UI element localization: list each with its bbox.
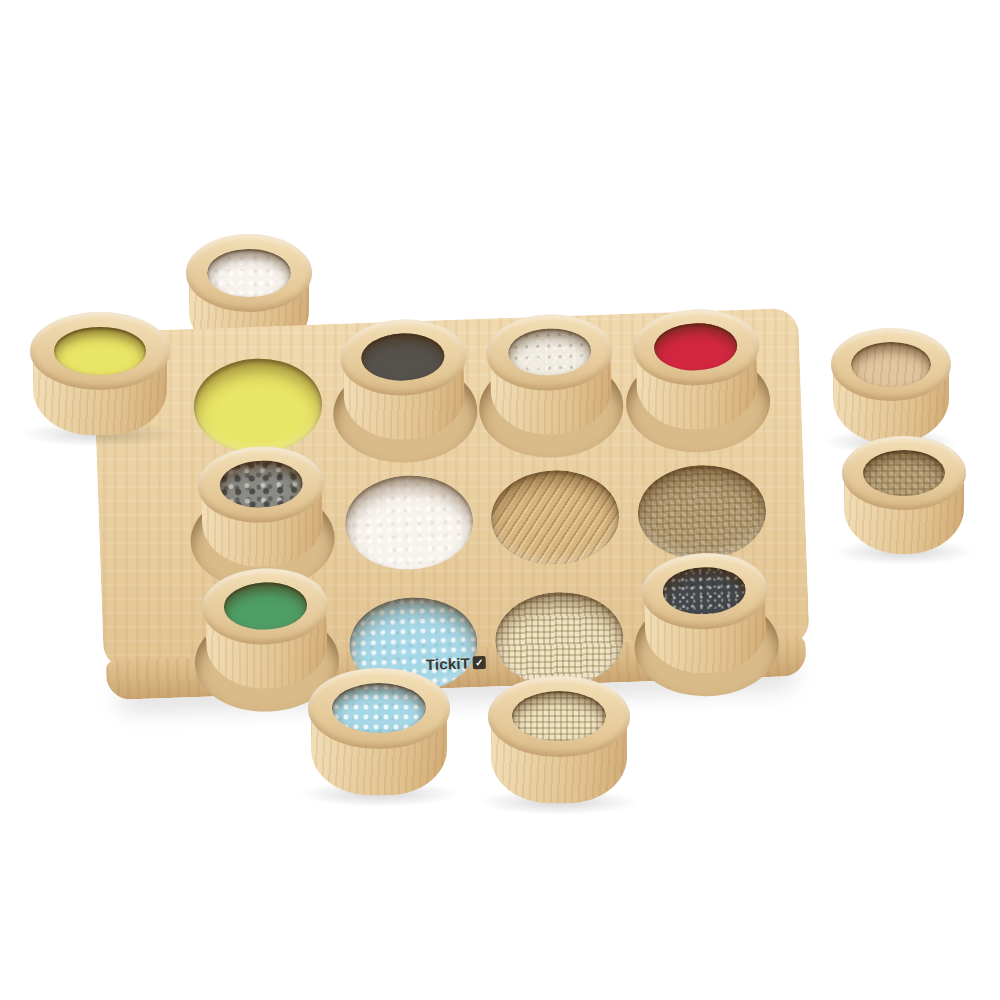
texture-surface-hessian — [863, 450, 945, 496]
loose-cylinder-natural-wood[interactable] — [831, 328, 951, 446]
recess-woven-straw[interactable] — [494, 590, 625, 688]
texture-board: TickiT ✓ — [92, 308, 809, 670]
texture-surface-woven-straw — [512, 691, 606, 741]
cylinder-opening — [30, 312, 170, 390]
cell-r3c4 — [631, 571, 782, 698]
cell-r2c2 — [334, 459, 485, 586]
texture-surface-grey-gravel — [219, 460, 304, 510]
cell-r1c2 — [329, 337, 480, 464]
texture-surface-red-felt — [654, 322, 739, 372]
loose-cylinder-hessian[interactable] — [842, 436, 966, 556]
cylinder-opening — [186, 234, 312, 312]
cylinder-dark-sandpaper[interactable] — [640, 551, 770, 677]
texture-surface-dark-sandpaper — [662, 566, 747, 616]
board-grid — [183, 327, 779, 641]
product-photo-stage: TickiT ✓ — [0, 0, 1000, 1000]
brand-logo-check-icon: ✓ — [473, 656, 486, 669]
texture-surface-blue-fleece — [332, 683, 426, 733]
cylinder-opening — [842, 436, 966, 510]
cylinder-red-felt[interactable] — [632, 307, 762, 433]
cell-r1c3 — [476, 332, 627, 459]
recess-yellow-felt[interactable] — [193, 356, 324, 454]
cylinder-white-sand[interactable] — [485, 312, 615, 438]
cell-r2c3 — [480, 454, 631, 581]
loose-cylinder-woven-straw[interactable] — [488, 676, 630, 806]
loose-cylinder-blue-fleece[interactable] — [308, 668, 450, 798]
loose-cylinder-yellow-felt[interactable] — [30, 312, 170, 438]
texture-surface-yellow-felt — [54, 327, 146, 375]
texture-surface-dark-grey-felt — [361, 333, 446, 383]
cylinder-opening — [308, 668, 450, 749]
cylinder-opening — [488, 676, 630, 757]
cylinder-dark-grey-felt[interactable] — [339, 317, 469, 443]
texture-surface-natural-wood — [851, 342, 930, 387]
texture-surface-green-felt — [223, 581, 308, 631]
recess-hessian[interactable] — [636, 463, 767, 561]
cylinder-grey-gravel[interactable] — [197, 444, 327, 570]
cell-r1c4 — [622, 327, 773, 454]
texture-surface-white-sand — [507, 327, 592, 377]
recess-white-fleece[interactable] — [343, 473, 474, 571]
cylinder-opening — [831, 328, 951, 401]
texture-surface-white-fleece — [207, 249, 290, 297]
recess-ribbed-wood[interactable] — [490, 468, 621, 566]
